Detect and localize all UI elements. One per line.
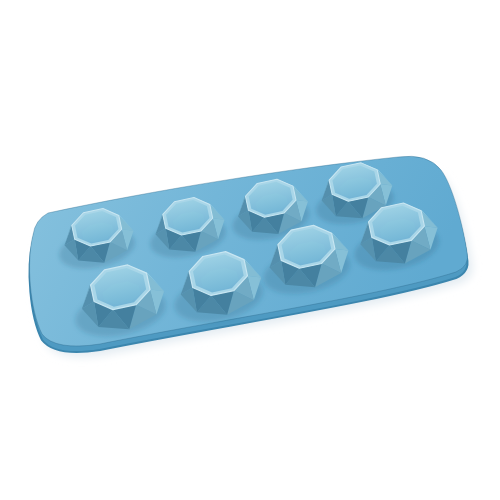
product-photo-stage	[0, 0, 500, 500]
scene	[0, 0, 500, 500]
product-photo	[0, 0, 500, 500]
